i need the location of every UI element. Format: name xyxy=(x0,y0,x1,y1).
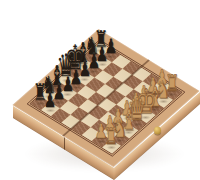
product-photo-scene: ♜♟♞♟♝♟♚♟♛♟♟♝♜♟♟♞♞♟♟♜♝♟♟♚♟♛♟♝♟♞♟♜ xyxy=(0,0,200,180)
piece-white-rook-a1: ♜ xyxy=(104,125,118,148)
piece-black-pawn-a7: ♟ xyxy=(44,90,56,110)
pieces-layer: ♜♟♞♟♝♟♚♟♛♟♟♝♜♟♟♞♞♟♟♜♝♟♟♚♟♛♟♝♟♞♟♜ xyxy=(0,0,200,180)
